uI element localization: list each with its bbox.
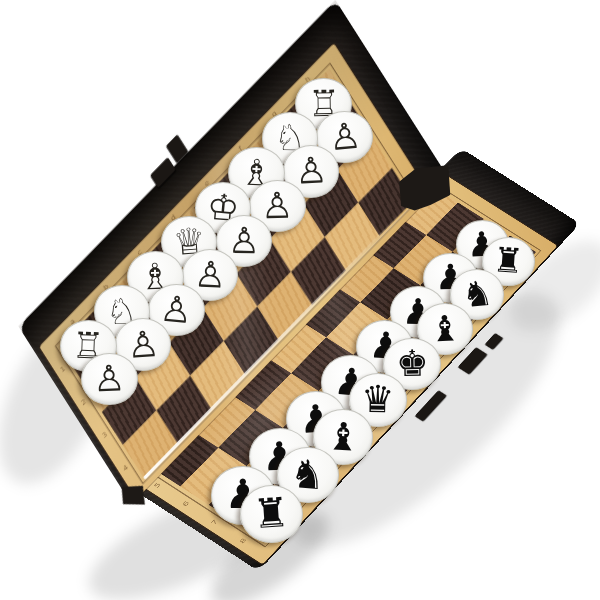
black-rook-glyph: ♜ (492, 243, 525, 279)
clasp-tab (484, 333, 503, 350)
pocket-chess-set-photo: 1234abcdefgh5678abcdefgh♜♞♝♛♚♝♞♜♟♟♟♟♟♟♟♟… (0, 0, 600, 600)
white-pawn-glyph: ♙ (126, 325, 161, 363)
piece-white-pawn-a2[interactable]: ♙ (81, 353, 138, 405)
black-bishop-glyph: ♝ (325, 417, 361, 457)
white-pawn-glyph: ♙ (193, 256, 227, 294)
piece-black-rook-a8[interactable]: ♜ (240, 485, 303, 543)
black-knight-glyph: ♞ (289, 454, 327, 496)
black-rook-glyph: ♜ (252, 492, 291, 535)
white-pawn-glyph: ♙ (93, 361, 127, 398)
white-pawn-glyph: ♙ (159, 291, 194, 330)
black-queen-glyph: ♛ (361, 381, 395, 419)
white-pawn-glyph: ♙ (227, 222, 260, 259)
black-bishop-glyph: ♝ (428, 310, 462, 347)
white-pawn-glyph: ♙ (327, 117, 362, 156)
black-king-glyph: ♚ (395, 346, 428, 383)
white-pawn-glyph: ♙ (261, 188, 294, 225)
white-pawn-glyph: ♙ (294, 153, 328, 191)
black-knight-glyph: ♞ (460, 276, 494, 313)
